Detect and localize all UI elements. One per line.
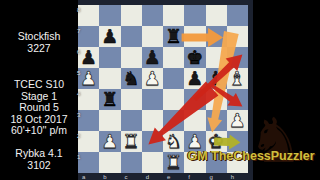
square-g3 (206, 110, 227, 131)
white-pawn-d5: ♟ (142, 68, 163, 89)
black-king-f6: ♚ (184, 47, 205, 68)
square-e7: ♜ (163, 26, 184, 47)
square-d6: ♟ (142, 47, 163, 68)
square-c4 (121, 89, 142, 110)
event-round: Round 5 (0, 102, 78, 114)
square-c8 (121, 5, 142, 26)
square-g4 (206, 89, 227, 110)
white-pawn-h3: ♟ (227, 110, 248, 131)
rank-label-1: 1 (77, 154, 83, 160)
square-d2 (142, 131, 163, 152)
square-h7 (227, 26, 248, 47)
square-h3: ♟ (227, 110, 248, 131)
video-thumbnail: Stockfish 3227 TCEC S10 Stage 1 Round 5 … (0, 0, 320, 180)
square-b7: ♟ (99, 26, 120, 47)
square-e4 (163, 89, 184, 110)
square-b4: ♜ (99, 89, 120, 110)
white-rook-e1: ♜ (163, 152, 184, 173)
square-b6 (99, 47, 120, 68)
file-label-a: a (82, 174, 85, 180)
square-d3 (142, 110, 163, 131)
square-b8 (99, 5, 120, 26)
square-h5: ♝ (227, 68, 248, 89)
file-label-c: c (125, 174, 128, 180)
file-label-h: h (231, 174, 234, 180)
square-f5: ♟ (184, 68, 205, 89)
square-f4 (184, 89, 205, 110)
player-top-name: Stockfish (0, 31, 78, 43)
square-e1: ♜ (163, 152, 184, 173)
square-f7 (184, 26, 205, 47)
square-b2: ♟ (99, 131, 120, 152)
square-h8 (227, 5, 248, 26)
black-bishop-g5: ♝ (206, 68, 227, 89)
white-rook-c2: ♜ (121, 131, 142, 152)
channel-watermark: GM TheChessPuzzler (184, 149, 318, 163)
event-info: TCEC S10 Stage 1 Round 5 18 Oct 2017 60'… (0, 79, 78, 137)
rank-label-8: 8 (77, 7, 83, 13)
square-g8 (206, 5, 227, 26)
square-g6 (206, 47, 227, 68)
square-c7 (121, 26, 142, 47)
rank-label-3: 3 (77, 112, 83, 118)
rank-label-7: 7 (77, 28, 83, 34)
event-name: TCEC S10 (0, 79, 78, 91)
file-label-f: f (188, 174, 190, 180)
square-e8 (163, 5, 184, 26)
black-pawn-b7: ♟ (99, 26, 120, 47)
white-knight-e2: ♞ (163, 131, 184, 152)
square-d4 (142, 89, 163, 110)
player-top: Stockfish 3227 (0, 31, 78, 54)
file-label-b: b (103, 174, 106, 180)
player-bottom-name: Rybka 4.1 (0, 148, 78, 160)
chess-board: ♟♜♟♟♚♟♞♟♟♝♝♜♟♟♜♞♟♚♜ (78, 5, 248, 173)
rank-label-2: 2 (77, 133, 83, 139)
rank-label-4: 4 (77, 91, 83, 97)
rank-label-5: 5 (77, 70, 83, 76)
black-rook-b4: ♜ (99, 89, 120, 110)
square-h4 (227, 89, 248, 110)
player-bottom-rating: 3102 (0, 160, 78, 172)
file-label-d: d (146, 174, 149, 180)
white-bishop-h5: ♝ (227, 68, 248, 89)
file-label-g: g (210, 174, 213, 180)
square-d7 (142, 26, 163, 47)
square-c5: ♞ (121, 68, 142, 89)
square-c3 (121, 110, 142, 131)
white-pawn-b2: ♟ (99, 131, 120, 152)
rank-label-6: 6 (77, 49, 83, 55)
black-rook-e7: ♜ (163, 26, 184, 47)
square-d5: ♟ (142, 68, 163, 89)
square-h6 (227, 47, 248, 68)
square-e3 (163, 110, 184, 131)
black-knight-c5: ♞ (121, 68, 142, 89)
square-g5: ♝ (206, 68, 227, 89)
square-f6: ♚ (184, 47, 205, 68)
square-c1 (121, 152, 142, 173)
black-pawn-f5: ♟ (184, 68, 205, 89)
square-g7 (206, 26, 227, 47)
player-top-rating: 3227 (0, 43, 78, 55)
square-e2: ♞ (163, 131, 184, 152)
match-info-panel: Stockfish 3227 TCEC S10 Stage 1 Round 5 … (0, 0, 78, 180)
black-pawn-d6: ♟ (142, 47, 163, 68)
square-d8 (142, 5, 163, 26)
time-control: 60'+10'' p/m (0, 125, 78, 137)
square-c6 (121, 47, 142, 68)
square-c2: ♜ (121, 131, 142, 152)
square-f3 (184, 110, 205, 131)
square-b3 (99, 110, 120, 131)
square-d1 (142, 152, 163, 173)
square-f8 (184, 5, 205, 26)
square-b5 (99, 68, 120, 89)
square-e6 (163, 47, 184, 68)
file-label-e: e (167, 174, 170, 180)
player-bottom: Rybka 4.1 3102 (0, 148, 78, 171)
square-e5 (163, 68, 184, 89)
square-b1 (99, 152, 120, 173)
